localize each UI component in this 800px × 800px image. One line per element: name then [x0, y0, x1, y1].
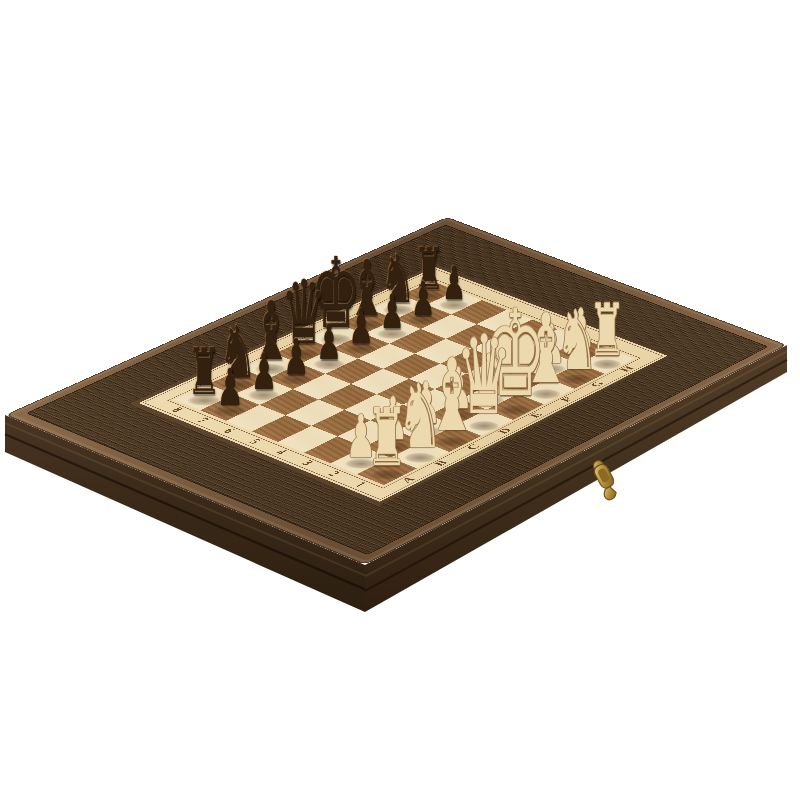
black-pawn-glyph: ♟ — [250, 348, 276, 396]
black-pawn-glyph: ♟ — [348, 305, 373, 351]
black-pawn-glyph: ♟ — [217, 364, 244, 412]
black-pawn-glyph: ♟ — [284, 334, 310, 381]
product-photo-stage: 87654321 ABCDEFGH ♜♞♝♛♚♝♞♜♟♟♟♟♟♟♟♟♟♟♟♟♟♟… — [0, 0, 800, 800]
black-pawn-glyph: ♟ — [411, 277, 435, 321]
piece-white-rook-a1[interactable]: ♜ — [351, 400, 422, 476]
black-pawn-glyph: ♟ — [380, 291, 405, 336]
black-pawn-glyph: ♟ — [316, 319, 341, 365]
piece-black-pawn-a7[interactable]: ♟ — [207, 364, 253, 412]
white-rook-glyph: ♜ — [366, 400, 407, 476]
brass-latch[interactable] — [583, 456, 627, 502]
